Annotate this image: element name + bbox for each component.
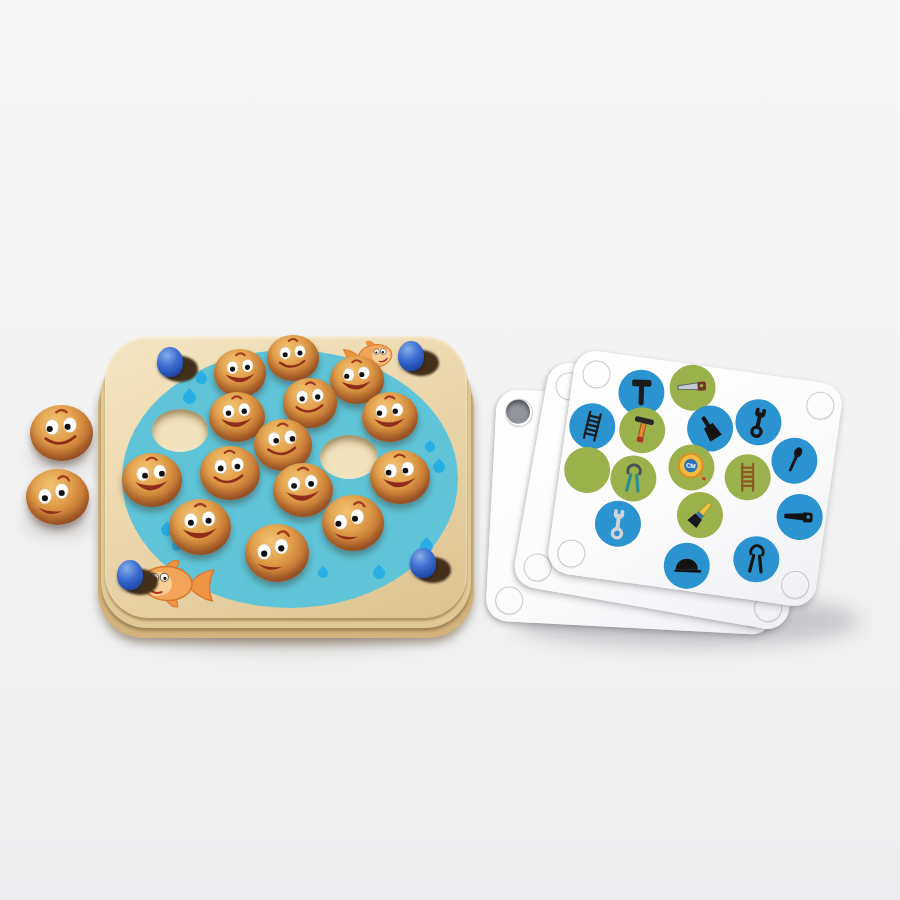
tape-measure-cm-logo-icon: CM [672, 448, 710, 486]
fish-piece[interactable] [362, 392, 418, 442]
fish-face [267, 335, 319, 382]
die-cut-corner-circle [556, 538, 588, 570]
fish-face [200, 446, 259, 499]
fish-piece[interactable] [245, 524, 309, 582]
handsaw-black-icon [780, 498, 818, 536]
cap-black-icon [668, 547, 706, 585]
die-cut-corner-circle [581, 358, 613, 390]
paint-scraper-black-icon [691, 409, 729, 447]
fish-face [245, 524, 309, 582]
corner-peg [157, 347, 183, 377]
tool-circle-wrench-black [732, 396, 784, 448]
fish-face [362, 392, 418, 442]
tool-circle-stepladder-black [566, 400, 618, 452]
corner-peg [117, 560, 143, 590]
die-cut-corner-circle [805, 390, 837, 422]
tool-circle-blank-green [561, 444, 613, 496]
pincers-color-icon [614, 459, 652, 497]
wrench-light-icon [599, 505, 637, 543]
card-top[interactable]: CM [546, 348, 845, 608]
stepladder-brown-icon [728, 458, 766, 496]
wrench-black-icon [739, 403, 777, 441]
fish-piece[interactable] [169, 499, 231, 555]
tool-circle-cap-black [661, 540, 713, 592]
blank-green-icon [568, 451, 606, 489]
fish-face [26, 469, 89, 526]
die-cut-corner-circle [494, 586, 523, 615]
paintbrush-color-icon [681, 496, 719, 534]
product-photo-scene: CM [0, 0, 900, 900]
tool-circle-screwdriver-black [768, 435, 820, 487]
pincers-black-icon [737, 540, 775, 578]
fish-piece[interactable] [200, 446, 259, 499]
fish-piece[interactable] [267, 335, 319, 382]
handsaw-color-icon [673, 369, 711, 407]
fish-piece-removed[interactable] [26, 469, 89, 526]
tool-circle-hammer-color [616, 404, 668, 456]
fish-piece[interactable] [214, 349, 267, 397]
cm-logo-text: CM [686, 461, 697, 469]
tool-circle-paintbrush-color [674, 489, 726, 541]
fish-face [169, 499, 231, 555]
screwdriver-black-icon [775, 441, 813, 479]
tool-circle-pincers-color [607, 452, 659, 504]
fish-piece[interactable] [322, 495, 384, 551]
corner-peg [398, 341, 424, 371]
corner-peg [410, 548, 436, 578]
fish-face [214, 349, 267, 397]
stepladder-black-icon [573, 407, 611, 445]
fish-piece-removed[interactable] [30, 405, 93, 462]
tool-circle-pincers-black [730, 533, 782, 585]
tool-circle-handsaw-black [774, 491, 826, 543]
tool-circle-wrench-light [592, 498, 644, 550]
empty-peg-hole[interactable] [152, 409, 208, 452]
die-cut-corner-circle [779, 569, 811, 601]
fish-face [30, 405, 93, 462]
fish-face [322, 495, 384, 551]
tool-circle-stepladder-brown [722, 451, 774, 503]
hammer-color-icon [623, 411, 661, 449]
